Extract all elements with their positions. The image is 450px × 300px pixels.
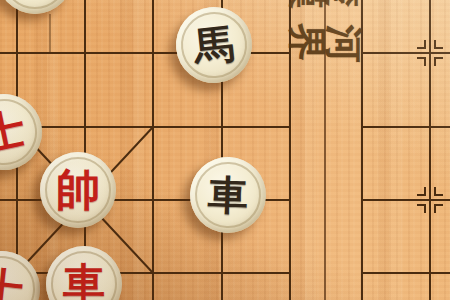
piece-red-general[interactable]: 帥 (40, 152, 116, 228)
piece-glyph: 馬 (172, 3, 256, 87)
point-marker-bracket (435, 58, 443, 66)
piece-red-advisor-b[interactable]: 士 (0, 247, 44, 300)
point-marker-bracket (435, 187, 443, 195)
point-marker-bracket (417, 205, 425, 213)
piece-glyph: 車 (46, 246, 122, 300)
piece-red-chariot[interactable]: 車 (46, 246, 122, 300)
river-char-楚: 楚 (325, 0, 363, 7)
point-marker-bracket (417, 58, 425, 66)
point-marker-bracket (417, 40, 425, 48)
piece-black-horse[interactable]: 馬 (172, 3, 256, 87)
point-marker-bracket (435, 205, 443, 213)
xiangqi-board-photo: 漢界楚河 馬士帥車士車 (0, 0, 450, 300)
river-char-河: 河 (325, 25, 363, 63)
point-marker-bracket (417, 187, 425, 195)
point-marker-bracket (435, 40, 443, 48)
piece-glyph: 車 (189, 156, 268, 235)
river-char-漢: 漢 (288, 0, 326, 9)
piece-glyph: 士 (0, 247, 44, 300)
piece-black-chariot[interactable]: 車 (189, 156, 268, 235)
river-char-界: 界 (288, 23, 326, 61)
piece-glyph (0, 0, 73, 14)
piece-unknown-cutoff[interactable] (0, 0, 73, 14)
piece-glyph: 帥 (40, 152, 116, 228)
